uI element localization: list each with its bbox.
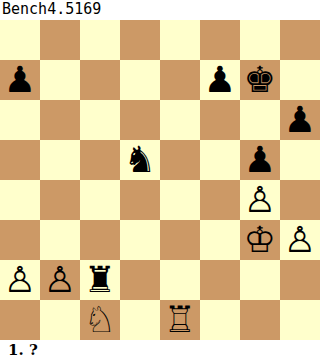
- square-f8[interactable]: [200, 20, 240, 60]
- square-d1[interactable]: [120, 300, 160, 340]
- square-h8[interactable]: [280, 20, 320, 60]
- square-h1[interactable]: [280, 300, 320, 340]
- square-a3[interactable]: [0, 220, 40, 260]
- square-h4[interactable]: [280, 180, 320, 220]
- square-a6[interactable]: [0, 100, 40, 140]
- square-f4[interactable]: [200, 180, 240, 220]
- black-rook: ♜: [84, 260, 116, 300]
- white-pawn: ♙: [284, 220, 316, 260]
- square-g4[interactable]: ♙: [240, 180, 280, 220]
- square-b1[interactable]: [40, 300, 80, 340]
- chess-board: ♟♟♚♟♞♟♙♔♙♙♙♜♘♖: [0, 20, 320, 340]
- square-a8[interactable]: [0, 20, 40, 60]
- position-title: Bench4.5169: [0, 0, 320, 20]
- square-h3[interactable]: ♙: [280, 220, 320, 260]
- square-g3[interactable]: ♔: [240, 220, 280, 260]
- square-a4[interactable]: [0, 180, 40, 220]
- square-b8[interactable]: [40, 20, 80, 60]
- square-h5[interactable]: [280, 140, 320, 180]
- square-a7[interactable]: ♟: [0, 60, 40, 100]
- square-g2[interactable]: [240, 260, 280, 300]
- square-b2[interactable]: ♙: [40, 260, 80, 300]
- black-king: ♚: [244, 60, 276, 100]
- square-e3[interactable]: [160, 220, 200, 260]
- square-g8[interactable]: [240, 20, 280, 60]
- square-a1[interactable]: [0, 300, 40, 340]
- square-f3[interactable]: [200, 220, 240, 260]
- black-pawn: ♟: [284, 100, 316, 140]
- white-pawn: ♙: [244, 180, 276, 220]
- square-d3[interactable]: [120, 220, 160, 260]
- square-e2[interactable]: [160, 260, 200, 300]
- square-f5[interactable]: [200, 140, 240, 180]
- move-prompt: 1. ?: [0, 340, 320, 360]
- black-pawn: ♟: [4, 60, 36, 100]
- square-b4[interactable]: [40, 180, 80, 220]
- square-c8[interactable]: [80, 20, 120, 60]
- square-b5[interactable]: [40, 140, 80, 180]
- square-e6[interactable]: [160, 100, 200, 140]
- black-knight: ♞: [124, 140, 156, 180]
- square-e8[interactable]: [160, 20, 200, 60]
- square-g5[interactable]: ♟: [240, 140, 280, 180]
- square-e4[interactable]: [160, 180, 200, 220]
- square-b7[interactable]: [40, 60, 80, 100]
- square-d6[interactable]: [120, 100, 160, 140]
- square-d4[interactable]: [120, 180, 160, 220]
- square-h6[interactable]: ♟: [280, 100, 320, 140]
- square-a2[interactable]: ♙: [0, 260, 40, 300]
- square-c5[interactable]: [80, 140, 120, 180]
- square-g6[interactable]: [240, 100, 280, 140]
- square-d7[interactable]: [120, 60, 160, 100]
- square-a5[interactable]: [0, 140, 40, 180]
- square-g1[interactable]: [240, 300, 280, 340]
- square-c6[interactable]: [80, 100, 120, 140]
- square-h7[interactable]: [280, 60, 320, 100]
- square-f1[interactable]: [200, 300, 240, 340]
- square-c7[interactable]: [80, 60, 120, 100]
- white-rook: ♖: [164, 300, 196, 340]
- black-pawn: ♟: [204, 60, 236, 100]
- square-e1[interactable]: ♖: [160, 300, 200, 340]
- square-c3[interactable]: [80, 220, 120, 260]
- square-d2[interactable]: [120, 260, 160, 300]
- square-c2[interactable]: ♜: [80, 260, 120, 300]
- square-b3[interactable]: [40, 220, 80, 260]
- white-king: ♔: [244, 220, 276, 260]
- square-f2[interactable]: [200, 260, 240, 300]
- square-e5[interactable]: [160, 140, 200, 180]
- square-d8[interactable]: [120, 20, 160, 60]
- square-d5[interactable]: ♞: [120, 140, 160, 180]
- white-knight: ♘: [84, 300, 116, 340]
- square-c4[interactable]: [80, 180, 120, 220]
- square-b6[interactable]: [40, 100, 80, 140]
- square-f7[interactable]: ♟: [200, 60, 240, 100]
- white-pawn: ♙: [4, 260, 36, 300]
- square-f6[interactable]: [200, 100, 240, 140]
- square-h2[interactable]: [280, 260, 320, 300]
- square-e7[interactable]: [160, 60, 200, 100]
- square-g7[interactable]: ♚: [240, 60, 280, 100]
- black-pawn: ♟: [244, 140, 276, 180]
- white-pawn: ♙: [44, 260, 76, 300]
- square-c1[interactable]: ♘: [80, 300, 120, 340]
